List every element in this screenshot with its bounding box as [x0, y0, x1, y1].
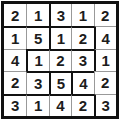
grid-cell-r4c5: 2	[94, 71, 116, 93]
grid-cell-r1c2: 1	[26, 4, 48, 26]
grid-cell-r2c2: 5	[26, 26, 48, 48]
grid-cell-r1c4: 1	[71, 4, 93, 26]
grid-cell-r4c2: 3	[26, 71, 48, 93]
grid-cell-r2c4: 2	[71, 26, 93, 48]
grid-cell-r3c4: 3	[71, 49, 93, 71]
grid-cell-r5c5: 3	[94, 94, 116, 116]
grid-cell-r5c3: 4	[49, 94, 71, 116]
grid-cell-r4c3: 5	[49, 71, 71, 93]
grid-cell-r3c2: 1	[26, 49, 48, 71]
grid-cell-r4c4: 4	[71, 71, 93, 93]
grid-cell-r1c1: 2	[4, 4, 26, 26]
grid-cell-r4c1: 2	[4, 71, 26, 93]
grid-cell-r3c3: 2	[49, 49, 71, 71]
grid-cell-r2c5: 4	[94, 26, 116, 48]
grid-cell-r5c1: 3	[4, 94, 26, 116]
grid-cell-r5c4: 2	[71, 94, 93, 116]
grid-cell-r3c5: 1	[94, 49, 116, 71]
grid-cell-r1c5: 2	[94, 4, 116, 26]
grid-cell-r5c2: 1	[26, 94, 48, 116]
grid-cell-r2c1: 1	[4, 26, 26, 48]
grid-cell-r1c3: 3	[49, 4, 71, 26]
puzzle-board: 2131215124412312354231423	[1, 1, 119, 119]
grid-cell-r3c1: 4	[4, 49, 26, 71]
grid-cell-r2c3: 1	[49, 26, 71, 48]
